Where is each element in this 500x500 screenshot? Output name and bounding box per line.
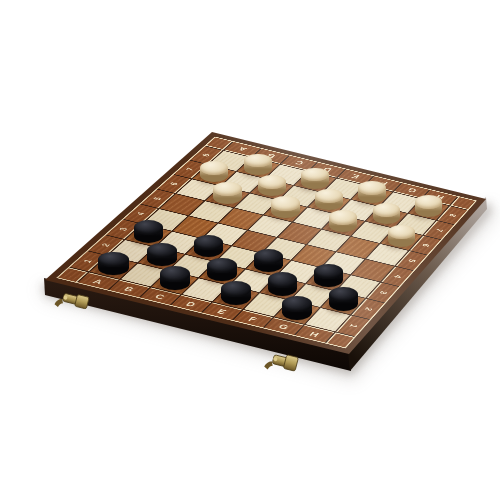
piece-top [282,296,312,312]
file-label-text: H [308,330,321,338]
piece-top [329,210,357,224]
piece-light-H6 [388,225,416,247]
file-label-text: C [293,159,305,166]
piece-top [147,243,177,258]
piece-top [200,161,228,175]
rank-label-text: 7 [434,228,446,233]
rank-label-text: 5 [151,196,163,201]
file-label-text: G [277,322,291,330]
piece-light-H8 [415,195,442,216]
file-label-text: F [247,315,260,323]
file-label-text: B [122,285,136,293]
rank-label-text: 4 [392,274,404,279]
piece-top [271,196,299,210]
piece-top [207,258,237,274]
piece-dark-E3 [254,249,283,272]
piece-dark-C3 [194,235,224,258]
file-label-text: A [236,146,249,153]
piece-light-A7 [200,161,228,182]
piece-top [388,225,416,240]
piece-dark-H2 [329,287,358,311]
piece-light-F8 [358,181,385,202]
piece-dark-C1 [160,266,190,290]
rank-label-text: 1 [347,323,360,328]
file-label-text: E [350,173,362,180]
rank-label-text: 6 [420,243,432,248]
file-label-text: C [153,292,167,300]
piece-top [254,249,283,264]
piece-top [98,252,129,268]
piece-light-E7 [315,189,343,211]
piece-top [194,235,224,250]
rank-label-text: 5 [406,258,418,263]
piece-top [221,281,251,297]
file-label-text: E [215,307,228,315]
rank-label-text: 7 [184,167,196,172]
piece-light-B6 [213,182,242,204]
piece-dark-E1 [221,281,251,305]
rank-label-text: 6 [168,181,180,186]
piece-top [268,272,298,288]
piece-top [134,220,164,235]
piece-top [314,264,343,279]
piece-dark-F2 [268,272,298,296]
piece-dark-A1 [98,252,129,276]
piece-dark-B2 [147,243,177,266]
file-label-text: A [91,277,105,285]
rank-label-text: 4 [134,211,147,216]
piece-light-F6 [329,210,357,232]
rank-label-text: 3 [377,290,389,295]
piece-light-C7 [258,175,286,196]
rank-label-text: 2 [362,307,374,312]
piece-light-B8 [244,154,272,175]
piece-dark-A3 [134,220,164,243]
piece-top [160,266,190,282]
rank-label-text: 8 [200,153,212,158]
file-label-text: D [184,300,198,308]
piece-light-D8 [301,168,329,189]
rank-label-text: 1 [81,259,94,264]
piece-dark-G1 [282,296,312,320]
rank-label-text: 8 [447,213,459,218]
piece-top [315,189,343,203]
piece-top [373,203,401,217]
rank-label-text: 2 [99,242,112,247]
piece-top [258,175,286,189]
checkers-product-photo: ABCDEFGH8877665544332211ABCDEFGH [0,0,500,500]
piece-light-D6 [271,196,299,218]
piece-light-G7 [373,203,401,225]
file-label-text: G [406,187,418,194]
piece-dark-D2 [207,258,237,282]
piece-dark-G3 [314,264,343,287]
rank-label-text: 3 [117,227,130,232]
